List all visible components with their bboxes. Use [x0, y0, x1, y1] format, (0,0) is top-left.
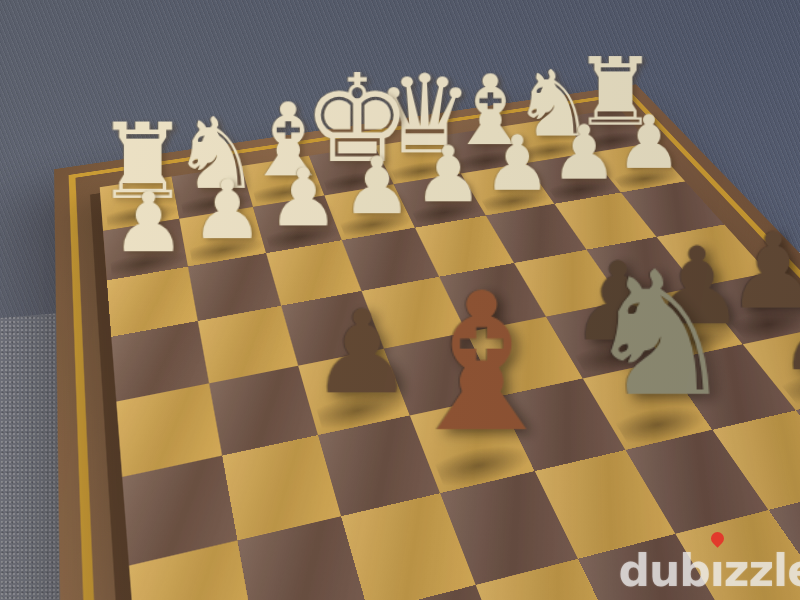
- watermark-text-end: zzle: [724, 545, 800, 596]
- white-pawn-f2: ♟: [303, 158, 375, 238]
- square-f5: ♟: [298, 349, 410, 435]
- white-pawn-g2: ♟: [227, 170, 300, 251]
- watermark-letter-i: ı: [710, 545, 724, 596]
- white-pawn-h2: ♟: [148, 182, 222, 265]
- dubizzle-watermark: dubızzle: [618, 545, 800, 596]
- board-border: ♜♞♝♚♛♝♞♜♟♟♟♟♟♟♟♟♟♟♟♟♝♞♟: [54, 84, 800, 600]
- white-pawn-d2: ♟: [448, 136, 517, 213]
- photo-scene: ♜♞♝♚♛♝♞♜♟♟♟♟♟♟♟♟♟♟♟♟♝♞♟ dubızzle: [0, 0, 800, 600]
- black-bishop-e6: ♝: [481, 268, 652, 459]
- black-knight-c6: ♞: [659, 248, 800, 420]
- watermark-text-start: dub: [618, 545, 709, 596]
- chess-board: ♜♞♝♚♛♝♞♜♟♟♟♟♟♟♟♟♟♟♟♟♝♞♟: [54, 84, 800, 600]
- white-pawn-a2: ♟: [648, 106, 714, 180]
- white-pawn-c2: ♟: [517, 126, 585, 202]
- white-pawn-e2: ♟: [376, 147, 447, 226]
- white-pawn-b2: ♟: [584, 116, 651, 191]
